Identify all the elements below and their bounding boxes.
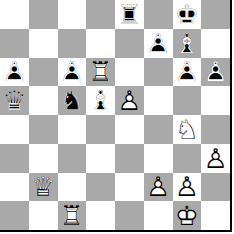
square-a5[interactable]: ♛♕: [0, 86, 29, 115]
square-c4[interactable]: [58, 115, 87, 144]
square-e7[interactable]: [115, 29, 144, 58]
square-b5[interactable]: [29, 86, 58, 115]
white-rook-d6: ♜♖: [86, 58, 115, 87]
black-bishop-g7: ♝♗: [173, 29, 202, 58]
square-f6[interactable]: [144, 58, 173, 87]
square-e4[interactable]: [115, 115, 144, 144]
square-a7[interactable]: [0, 29, 29, 58]
square-b4[interactable]: [29, 115, 58, 144]
square-h8[interactable]: [201, 0, 230, 29]
white-rook-c1: ♜♖: [58, 201, 87, 230]
square-g6[interactable]: ♟♙: [173, 58, 202, 87]
white-knight-g4: ♞♘: [173, 115, 202, 144]
square-c7[interactable]: [58, 29, 87, 58]
black-king-g8: ♚♔: [173, 0, 202, 29]
square-d3[interactable]: [86, 144, 115, 173]
square-e6[interactable]: [115, 58, 144, 87]
square-d4[interactable]: [86, 115, 115, 144]
square-g2[interactable]: ♟♙: [173, 173, 202, 202]
square-d1[interactable]: [86, 201, 115, 230]
black-pawn-c6: ♟♙: [58, 58, 87, 87]
square-b7[interactable]: [29, 29, 58, 58]
square-g7[interactable]: ♝♗: [173, 29, 202, 58]
square-e8[interactable]: ♜♖: [115, 0, 144, 29]
square-f7[interactable]: ♟♙: [144, 29, 173, 58]
square-g5[interactable]: [173, 86, 202, 115]
square-e2[interactable]: [115, 173, 144, 202]
black-pawn-h6: ♟♙: [201, 58, 230, 87]
square-e5[interactable]: ♟♙: [115, 86, 144, 115]
square-d2[interactable]: [86, 173, 115, 202]
square-c2[interactable]: [58, 173, 87, 202]
square-h1[interactable]: [201, 201, 230, 230]
chess-diagram: ♜♖♚♔♟♙♝♗♟♙♟♙♜♖♟♙♟♙♛♕♞♘♝♗♟♙♞♘♟♙♛♕♟♙♟♙♜♖♚♔: [0, 0, 234, 234]
square-g1[interactable]: ♚♔: [173, 201, 202, 230]
square-a2[interactable]: [0, 173, 29, 202]
square-c3[interactable]: [58, 144, 87, 173]
black-bishop-d5: ♝♗: [86, 86, 115, 115]
square-d5[interactable]: ♝♗: [86, 86, 115, 115]
square-h7[interactable]: [201, 29, 230, 58]
square-g4[interactable]: ♞♘: [173, 115, 202, 144]
square-d7[interactable]: [86, 29, 115, 58]
square-g3[interactable]: [173, 144, 202, 173]
square-b1[interactable]: [29, 201, 58, 230]
square-d6[interactable]: ♜♖: [86, 58, 115, 87]
square-c5[interactable]: ♞♘: [58, 86, 87, 115]
square-b3[interactable]: [29, 144, 58, 173]
white-pawn-h3: ♟♙: [201, 144, 230, 173]
black-knight-c5: ♞♘: [58, 86, 87, 115]
chess-board: ♜♖♚♔♟♙♝♗♟♙♟♙♜♖♟♙♟♙♛♕♞♘♝♗♟♙♞♘♟♙♛♕♟♙♟♙♜♖♚♔: [0, 0, 232, 232]
square-c1[interactable]: ♜♖: [58, 201, 87, 230]
square-a6[interactable]: ♟♙: [0, 58, 29, 87]
white-pawn-f2: ♟♙: [144, 173, 173, 202]
square-g8[interactable]: ♚♔: [173, 0, 202, 29]
square-c8[interactable]: [58, 0, 87, 29]
white-pawn-g2: ♟♙: [173, 173, 202, 202]
square-h4[interactable]: [201, 115, 230, 144]
square-e3[interactable]: [115, 144, 144, 173]
square-f1[interactable]: [144, 201, 173, 230]
square-a3[interactable]: [0, 144, 29, 173]
square-a4[interactable]: [0, 115, 29, 144]
square-b6[interactable]: [29, 58, 58, 87]
square-h3[interactable]: ♟♙: [201, 144, 230, 173]
square-a1[interactable]: [0, 201, 29, 230]
square-f8[interactable]: [144, 0, 173, 29]
square-c6[interactable]: ♟♙: [58, 58, 87, 87]
square-f4[interactable]: [144, 115, 173, 144]
square-h5[interactable]: [201, 86, 230, 115]
square-b2[interactable]: ♛♕: [29, 173, 58, 202]
black-pawn-g6: ♟♙: [173, 58, 202, 87]
square-f2[interactable]: ♟♙: [144, 173, 173, 202]
white-king-g1: ♚♔: [173, 201, 202, 230]
black-pawn-f7: ♟♙: [144, 29, 173, 58]
square-e1[interactable]: [115, 201, 144, 230]
square-h6[interactable]: ♟♙: [201, 58, 230, 87]
white-pawn-e5: ♟♙: [115, 86, 144, 115]
black-queen-a5: ♛♕: [0, 86, 29, 115]
square-b8[interactable]: [29, 0, 58, 29]
white-queen-b2: ♛♕: [29, 173, 58, 202]
square-d8[interactable]: [86, 0, 115, 29]
square-h2[interactable]: [201, 173, 230, 202]
square-a8[interactable]: [0, 0, 29, 29]
square-f3[interactable]: [144, 144, 173, 173]
square-f5[interactable]: [144, 86, 173, 115]
black-rook-e8: ♜♖: [115, 0, 144, 29]
black-pawn-a6: ♟♙: [0, 58, 29, 87]
